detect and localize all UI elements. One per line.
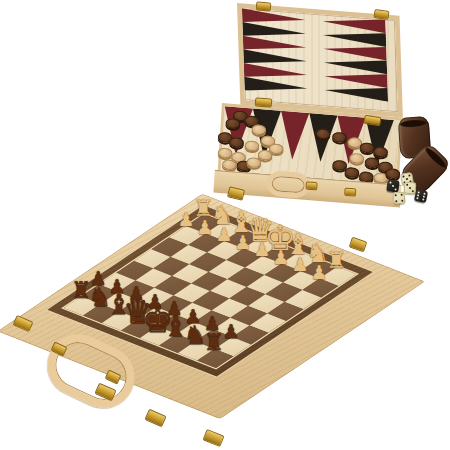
backgammon-lid-points bbox=[242, 8, 388, 102]
chess-case-hinge-right bbox=[349, 237, 368, 253]
lid-point-left-6 bbox=[244, 77, 308, 96]
tray-point-3 bbox=[278, 111, 309, 161]
lid-latch-left bbox=[256, 1, 272, 11]
die-black-6[interactable] bbox=[414, 189, 428, 203]
tray-clasp-left bbox=[305, 181, 317, 190]
tray-clasp-right bbox=[344, 188, 356, 197]
checker-light[interactable] bbox=[222, 159, 237, 170]
chess-case-clasp-4 bbox=[202, 429, 224, 447]
die-black-3[interactable] bbox=[386, 179, 400, 193]
light-pawn[interactable]: ♟ bbox=[304, 253, 334, 289]
dice-cup-opening bbox=[400, 119, 427, 128]
backgammon-tray-handle bbox=[266, 170, 310, 199]
product-scene: ♜♞♝♛♚♝♞♜♟♟♟♟♟♟♟♟♟♟♟♟♟♟♟♟♜♞♝♛♚♝♞♜ bbox=[0, 0, 450, 450]
case-hinge-left bbox=[255, 97, 273, 107]
dice-cup-opening bbox=[423, 146, 448, 170]
die-cream-3[interactable] bbox=[404, 182, 417, 195]
dark-rook[interactable]: ♜ bbox=[199, 323, 229, 359]
lid-latch-right bbox=[373, 9, 389, 20]
chess-case-clasp-3 bbox=[144, 409, 166, 428]
die-cream-4[interactable] bbox=[392, 191, 405, 204]
checker-dark[interactable] bbox=[344, 167, 359, 178]
